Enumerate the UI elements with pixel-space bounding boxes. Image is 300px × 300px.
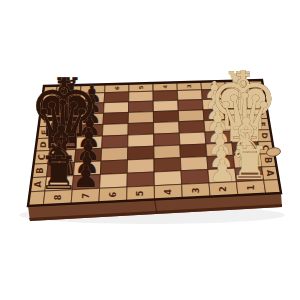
square-a5	[127, 172, 154, 187]
square-g4	[153, 100, 178, 111]
square-e4	[154, 122, 180, 135]
square-d5	[128, 134, 154, 147]
chess-set-photo: HH88GG77FF66EE55DD44CC33BB22AA11♜♟♟♜♞♟♟♞…	[0, 0, 300, 300]
coord-label-4: 4	[162, 85, 168, 89]
square-e6	[102, 124, 128, 137]
coord-label-5: 5	[138, 85, 144, 89]
square-b6	[100, 160, 127, 175]
square-c5	[128, 146, 155, 160]
square-h3	[177, 90, 202, 101]
coord-label-5: 5	[136, 190, 146, 196]
coord-label-6: 6	[114, 86, 120, 90]
square-b5	[127, 159, 154, 173]
square-e5	[128, 123, 154, 136]
square-h6	[104, 92, 129, 103]
square-e3	[179, 121, 205, 133]
square-f5	[128, 112, 153, 124]
square-d4	[154, 133, 180, 146]
square-g5	[129, 101, 154, 112]
chess-scene-svg: HH88GG77FF66EE55DD44CC33BB22AA11♜♟♟♜♞♟♟♞…	[0, 0, 300, 300]
coord-label-4: 4	[163, 189, 173, 195]
square-f3	[178, 110, 204, 122]
square-c6	[101, 147, 128, 161]
square-a3	[181, 170, 209, 185]
square-h4	[153, 91, 178, 102]
square-b4	[154, 158, 181, 172]
coord-label-3: 3	[191, 187, 201, 193]
square-c3	[180, 144, 207, 158]
square-a6	[100, 173, 128, 188]
piece-white-rook-a1: ♜	[229, 136, 270, 190]
square-f4	[153, 111, 178, 123]
square-g6	[104, 102, 129, 113]
coord-label-6: 6	[108, 192, 118, 198]
square-g3	[178, 100, 203, 111]
square-d3	[179, 132, 206, 145]
square-b3	[180, 157, 208, 171]
square-h5	[129, 91, 154, 102]
square-f6	[103, 112, 129, 124]
square-a4	[154, 171, 182, 186]
square-d6	[102, 135, 128, 148]
coord-label-3: 3	[186, 84, 192, 88]
piece-black-pawn-a7: ♟	[73, 159, 100, 194]
square-c4	[154, 145, 181, 159]
